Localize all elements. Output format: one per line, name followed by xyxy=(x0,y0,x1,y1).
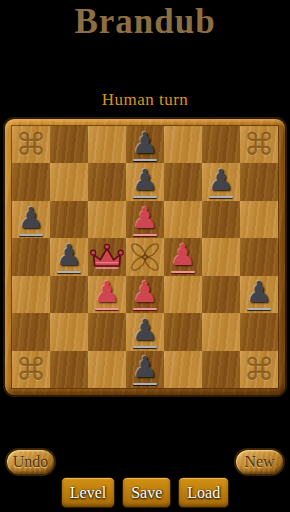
board-square-g5[interactable] xyxy=(240,201,278,238)
turn-status: Human turn xyxy=(0,90,290,110)
piece-base-highlight xyxy=(57,271,81,273)
quatrefoil-knot-icon: ⌘ xyxy=(16,354,47,385)
throne-quatrefoil-icon xyxy=(127,239,163,275)
black-attacker-pawn[interactable]: ♟ xyxy=(18,204,44,233)
piece-base-highlight xyxy=(133,308,157,310)
red-defender-pawn[interactable]: ♟ xyxy=(170,241,196,270)
board-square-b3[interactable] xyxy=(50,276,88,313)
board-square-d5[interactable]: ♟ xyxy=(126,201,164,238)
board-square-e2[interactable] xyxy=(164,313,202,350)
board-square-f2[interactable] xyxy=(202,313,240,350)
piece-base-highlight xyxy=(247,308,271,310)
quatrefoil-knot-icon: ⌘ xyxy=(244,129,275,160)
level-button[interactable]: Level xyxy=(61,477,115,508)
board-square-f7[interactable] xyxy=(202,126,240,163)
undo-button[interactable]: Undo xyxy=(5,448,56,476)
board-square-b7[interactable] xyxy=(50,126,88,163)
board-square-a5[interactable]: ♟ xyxy=(12,201,50,238)
menu-button-row: Level Save Load xyxy=(0,477,290,508)
board-square-g7[interactable]: ⌘ xyxy=(240,126,278,163)
board-square-g1[interactable]: ⌘ xyxy=(240,351,278,388)
piece-base-highlight xyxy=(171,271,195,273)
board-grid: ⌘♟⌘♟♟♟♟♟♟♟♟♟♟⌘♟⌘ xyxy=(12,126,278,388)
board-square-c6[interactable] xyxy=(88,163,126,200)
app-title: Brandub xyxy=(0,2,290,42)
board-square-f5[interactable] xyxy=(202,201,240,238)
board-square-b4[interactable]: ♟ xyxy=(50,238,88,275)
red-defender-pawn[interactable]: ♟ xyxy=(94,278,120,307)
red-king-crown xyxy=(88,243,126,270)
black-attacker-pawn[interactable]: ♟ xyxy=(132,353,158,382)
board-square-d2[interactable]: ♟ xyxy=(126,313,164,350)
quatrefoil-knot-icon: ⌘ xyxy=(16,129,47,160)
board-square-c2[interactable] xyxy=(88,313,126,350)
board-square-e3[interactable] xyxy=(164,276,202,313)
black-attacker-pawn[interactable]: ♟ xyxy=(246,278,272,307)
board-square-d1[interactable]: ♟ xyxy=(126,351,164,388)
board-square-a7[interactable]: ⌘ xyxy=(12,126,50,163)
piece-base-highlight xyxy=(133,383,157,385)
board-square-d3[interactable]: ♟ xyxy=(126,276,164,313)
piece-base-highlight xyxy=(19,234,43,236)
red-defender-pawn[interactable]: ♟ xyxy=(132,204,158,233)
board-square-a2[interactable] xyxy=(12,313,50,350)
board-square-g2[interactable] xyxy=(240,313,278,350)
board-square-b2[interactable] xyxy=(50,313,88,350)
black-attacker-pawn[interactable]: ♟ xyxy=(208,166,234,195)
board-square-f4[interactable] xyxy=(202,238,240,275)
board-square-c7[interactable] xyxy=(88,126,126,163)
board-square-c3[interactable]: ♟ xyxy=(88,276,126,313)
red-defender-pawn[interactable]: ♟ xyxy=(132,278,158,307)
board-square-e7[interactable] xyxy=(164,126,202,163)
load-button[interactable]: Load xyxy=(178,477,229,508)
board-square-c5[interactable] xyxy=(88,201,126,238)
throne-ornament xyxy=(127,239,163,275)
new-button[interactable]: New xyxy=(234,448,285,476)
board-square-c1[interactable] xyxy=(88,351,126,388)
board-square-a4[interactable] xyxy=(12,238,50,275)
piece-base-highlight xyxy=(209,196,233,198)
app-screen: Brandub Human turn ⌘♟⌘♟♟♟♟♟♟♟♟♟♟⌘♟⌘ Undo… xyxy=(0,0,290,512)
black-attacker-pawn[interactable]: ♟ xyxy=(132,316,158,345)
board-square-f3[interactable] xyxy=(202,276,240,313)
board-square-d6[interactable]: ♟ xyxy=(126,163,164,200)
board-square-f1[interactable] xyxy=(202,351,240,388)
piece-base-highlight xyxy=(133,234,157,236)
board-square-e1[interactable] xyxy=(164,351,202,388)
board-square-b6[interactable] xyxy=(50,163,88,200)
quatrefoil-knot-icon: ⌘ xyxy=(244,354,275,385)
board-square-d4[interactable] xyxy=(126,238,164,275)
piece-base-highlight xyxy=(133,196,157,198)
board-square-b5[interactable] xyxy=(50,201,88,238)
board-square-g6[interactable] xyxy=(240,163,278,200)
black-attacker-pawn[interactable]: ♟ xyxy=(132,129,158,158)
board-square-d7[interactable]: ♟ xyxy=(126,126,164,163)
piece-base-highlight xyxy=(95,308,119,310)
board-square-b1[interactable] xyxy=(50,351,88,388)
board-square-c4[interactable] xyxy=(88,238,126,275)
board-square-e6[interactable] xyxy=(164,163,202,200)
board-square-a1[interactable]: ⌘ xyxy=(12,351,50,388)
board-square-a6[interactable] xyxy=(12,163,50,200)
board-square-e4[interactable]: ♟ xyxy=(164,238,202,275)
board-square-g4[interactable] xyxy=(240,238,278,275)
piece-base-highlight xyxy=(133,159,157,161)
piece-base-highlight xyxy=(133,346,157,348)
board-square-e5[interactable] xyxy=(164,201,202,238)
game-board: ⌘♟⌘♟♟♟♟♟♟♟♟♟♟⌘♟⌘ xyxy=(3,117,287,397)
board-square-a3[interactable] xyxy=(12,276,50,313)
board-square-g3[interactable]: ♟ xyxy=(240,276,278,313)
red-king[interactable] xyxy=(88,243,126,270)
black-attacker-pawn[interactable]: ♟ xyxy=(56,241,82,270)
save-button[interactable]: Save xyxy=(122,477,171,508)
black-attacker-pawn[interactable]: ♟ xyxy=(132,166,158,195)
board-square-f6[interactable]: ♟ xyxy=(202,163,240,200)
